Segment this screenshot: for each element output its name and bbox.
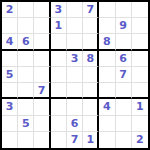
- cell-r9c1[interactable]: [2, 132, 18, 148]
- cell-r3c7[interactable]: 8: [99, 34, 115, 50]
- cell-r8c4[interactable]: [51, 116, 67, 132]
- cell-r5c4[interactable]: [51, 67, 67, 83]
- cell-r7c7[interactable]: 4: [99, 99, 115, 115]
- cell-r3c1[interactable]: 4: [2, 34, 18, 50]
- cell-r7c6[interactable]: [83, 99, 99, 115]
- cell-r8c3[interactable]: [34, 116, 50, 132]
- cell-r9c4[interactable]: [51, 132, 67, 148]
- cell-r2c4[interactable]: 1: [51, 18, 67, 34]
- cell-r1c1[interactable]: 2: [2, 2, 18, 18]
- cell-r4c7[interactable]: [99, 51, 115, 67]
- cell-r2c1[interactable]: [2, 18, 18, 34]
- cell-r9c2[interactable]: [18, 132, 34, 148]
- cell-r1c8[interactable]: [116, 2, 132, 18]
- cell-r3c5[interactable]: [67, 34, 83, 50]
- cell-r4c8[interactable]: 6: [116, 51, 132, 67]
- cell-r2c8[interactable]: 9: [116, 18, 132, 34]
- cell-r5c9[interactable]: [132, 67, 148, 83]
- cell-r8c1[interactable]: [2, 116, 18, 132]
- cell-r5c6[interactable]: [83, 67, 99, 83]
- cell-r9c9[interactable]: 2: [132, 132, 148, 148]
- cell-r7c1[interactable]: 3: [2, 99, 18, 115]
- cell-r6c5[interactable]: [67, 83, 83, 99]
- cell-r4c4[interactable]: [51, 51, 67, 67]
- cell-r8c6[interactable]: [83, 116, 99, 132]
- cell-r1c2[interactable]: [18, 2, 34, 18]
- cell-r1c9[interactable]: [132, 2, 148, 18]
- cell-r1c6[interactable]: 7: [83, 2, 99, 18]
- cell-r2c2[interactable]: [18, 18, 34, 34]
- cell-r4c2[interactable]: [18, 51, 34, 67]
- cell-r1c5[interactable]: [67, 2, 83, 18]
- cell-r6c2[interactable]: [18, 83, 34, 99]
- cell-r6c1[interactable]: [2, 83, 18, 99]
- cell-r7c8[interactable]: [116, 99, 132, 115]
- cell-r9c3[interactable]: [34, 132, 50, 148]
- cell-r5c2[interactable]: [18, 67, 34, 83]
- cell-r6c7[interactable]: [99, 83, 115, 99]
- cell-r7c5[interactable]: [67, 99, 83, 115]
- cell-r5c8[interactable]: 7: [116, 67, 132, 83]
- cell-r1c3[interactable]: [34, 2, 50, 18]
- cell-r2c3[interactable]: [34, 18, 50, 34]
- cell-r8c9[interactable]: [132, 116, 148, 132]
- cell-r8c5[interactable]: 6: [67, 116, 83, 132]
- cell-r6c3[interactable]: 7: [34, 83, 50, 99]
- cell-r7c3[interactable]: [34, 99, 50, 115]
- cell-r4c6[interactable]: 8: [83, 51, 99, 67]
- cell-r9c6[interactable]: 1: [83, 132, 99, 148]
- cell-r7c2[interactable]: [18, 99, 34, 115]
- cell-r8c8[interactable]: [116, 116, 132, 132]
- cell-r3c8[interactable]: [116, 34, 132, 50]
- cell-r3c4[interactable]: [51, 34, 67, 50]
- cell-r2c6[interactable]: [83, 18, 99, 34]
- cell-r7c9[interactable]: 1: [132, 99, 148, 115]
- cell-r6c8[interactable]: [116, 83, 132, 99]
- cell-r3c2[interactable]: 6: [18, 34, 34, 50]
- cell-r3c9[interactable]: [132, 34, 148, 50]
- cell-r2c7[interactable]: [99, 18, 115, 34]
- cell-r1c7[interactable]: [99, 2, 115, 18]
- cell-r5c7[interactable]: [99, 67, 115, 83]
- cell-r4c1[interactable]: [2, 51, 18, 67]
- sudoku-board: 2371946838657734156712: [0, 0, 150, 150]
- cell-r4c5[interactable]: 3: [67, 51, 83, 67]
- cell-r3c3[interactable]: [34, 34, 50, 50]
- cell-r8c7[interactable]: [99, 116, 115, 132]
- cell-r9c5[interactable]: 7: [67, 132, 83, 148]
- cell-r9c7[interactable]: [99, 132, 115, 148]
- cell-r4c9[interactable]: [132, 51, 148, 67]
- cell-r3c6[interactable]: [83, 34, 99, 50]
- cell-r8c2[interactable]: 5: [18, 116, 34, 132]
- cell-r4c3[interactable]: [34, 51, 50, 67]
- cell-r5c1[interactable]: 5: [2, 67, 18, 83]
- cell-r6c6[interactable]: [83, 83, 99, 99]
- cell-r2c9[interactable]: [132, 18, 148, 34]
- cell-r9c8[interactable]: [116, 132, 132, 148]
- cell-r7c4[interactable]: [51, 99, 67, 115]
- cell-r6c4[interactable]: [51, 83, 67, 99]
- cell-r2c5[interactable]: [67, 18, 83, 34]
- cell-r5c3[interactable]: [34, 67, 50, 83]
- cell-r6c9[interactable]: [132, 83, 148, 99]
- cell-r5c5[interactable]: [67, 67, 83, 83]
- cell-r1c4[interactable]: 3: [51, 2, 67, 18]
